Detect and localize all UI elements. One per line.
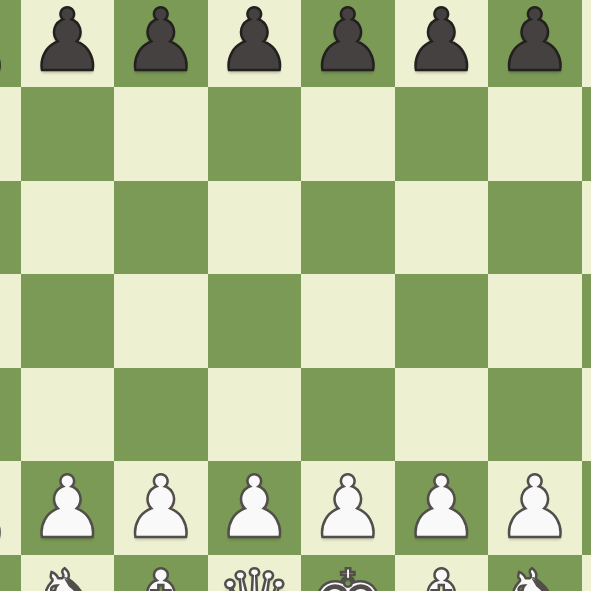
square-a4[interactable] xyxy=(0,274,21,368)
square-e3[interactable] xyxy=(301,368,395,462)
square-g6[interactable] xyxy=(488,87,582,181)
square-e2[interactable]: ♟ xyxy=(301,461,395,555)
square-d1[interactable]: ♛ xyxy=(208,555,302,591)
square-f3[interactable] xyxy=(395,368,489,462)
white-bishop-piece[interactable]: ♝ xyxy=(403,555,480,591)
white-pawn-piece[interactable]: ♟ xyxy=(309,461,386,555)
white-rook-piece[interactable]: ♜ xyxy=(0,555,12,591)
square-h6[interactable] xyxy=(582,87,591,181)
white-pawn-piece[interactable]: ♟ xyxy=(403,461,480,555)
board-viewport: ♜♞♝♛♚♝♞♜♟♟♟♟♟♟♟♟♟♟♟♟♟♟♟♟♜♞♝♛♚♝♞♜ xyxy=(0,0,591,591)
square-b5[interactable] xyxy=(21,181,115,275)
white-pawn-piece[interactable]: ♟ xyxy=(496,461,573,555)
white-knight-piece[interactable]: ♞ xyxy=(29,555,106,591)
black-pawn-piece[interactable]: ♟ xyxy=(309,0,386,87)
square-h1[interactable]: ♜ xyxy=(582,555,591,591)
square-b7[interactable]: ♟ xyxy=(21,0,115,87)
white-knight-piece[interactable]: ♞ xyxy=(496,555,573,591)
square-d7[interactable]: ♟ xyxy=(208,0,302,87)
square-g3[interactable] xyxy=(488,368,582,462)
white-pawn-piece[interactable]: ♟ xyxy=(122,461,199,555)
white-bishop-piece[interactable]: ♝ xyxy=(122,555,199,591)
square-f6[interactable] xyxy=(395,87,489,181)
black-pawn-piece[interactable]: ♟ xyxy=(0,0,12,87)
square-b6[interactable] xyxy=(21,87,115,181)
square-d6[interactable] xyxy=(208,87,302,181)
black-pawn-piece[interactable]: ♟ xyxy=(496,0,573,87)
square-a3[interactable] xyxy=(0,368,21,462)
square-g4[interactable] xyxy=(488,274,582,368)
square-a6[interactable] xyxy=(0,87,21,181)
square-e4[interactable] xyxy=(301,274,395,368)
square-h3[interactable] xyxy=(582,368,591,462)
chess-board: ♜♞♝♛♚♝♞♜♟♟♟♟♟♟♟♟♟♟♟♟♟♟♟♟♜♞♝♛♚♝♞♜ xyxy=(0,0,591,591)
square-e5[interactable] xyxy=(301,181,395,275)
square-f4[interactable] xyxy=(395,274,489,368)
square-c2[interactable]: ♟ xyxy=(114,461,208,555)
square-g1[interactable]: ♞ xyxy=(488,555,582,591)
square-e7[interactable]: ♟ xyxy=(301,0,395,87)
black-pawn-piece[interactable]: ♟ xyxy=(403,0,480,87)
square-h4[interactable] xyxy=(582,274,591,368)
square-d3[interactable] xyxy=(208,368,302,462)
square-d4[interactable] xyxy=(208,274,302,368)
square-f1[interactable]: ♝ xyxy=(395,555,489,591)
square-b2[interactable]: ♟ xyxy=(21,461,115,555)
square-g2[interactable]: ♟ xyxy=(488,461,582,555)
square-h7[interactable]: ♟ xyxy=(582,0,591,87)
white-queen-piece[interactable]: ♛ xyxy=(216,555,293,591)
square-a5[interactable] xyxy=(0,181,21,275)
white-king-piece[interactable]: ♚ xyxy=(309,555,386,591)
square-e6[interactable] xyxy=(301,87,395,181)
square-g7[interactable]: ♟ xyxy=(488,0,582,87)
square-c1[interactable]: ♝ xyxy=(114,555,208,591)
square-b4[interactable] xyxy=(21,274,115,368)
square-b3[interactable] xyxy=(21,368,115,462)
black-pawn-piece[interactable]: ♟ xyxy=(29,0,106,87)
square-a7[interactable]: ♟ xyxy=(0,0,21,87)
square-f5[interactable] xyxy=(395,181,489,275)
square-a2[interactable]: ♟ xyxy=(0,461,21,555)
black-pawn-piece[interactable]: ♟ xyxy=(122,0,199,87)
square-c6[interactable] xyxy=(114,87,208,181)
square-c3[interactable] xyxy=(114,368,208,462)
square-b1[interactable]: ♞ xyxy=(21,555,115,591)
square-c5[interactable] xyxy=(114,181,208,275)
square-f2[interactable]: ♟ xyxy=(395,461,489,555)
square-g5[interactable] xyxy=(488,181,582,275)
square-d5[interactable] xyxy=(208,181,302,275)
square-c7[interactable]: ♟ xyxy=(114,0,208,87)
white-pawn-piece[interactable]: ♟ xyxy=(29,461,106,555)
white-pawn-piece[interactable]: ♟ xyxy=(216,461,293,555)
square-h2[interactable]: ♟ xyxy=(582,461,591,555)
square-c4[interactable] xyxy=(114,274,208,368)
square-e1[interactable]: ♚ xyxy=(301,555,395,591)
square-a1[interactable]: ♜ xyxy=(0,555,21,591)
square-f7[interactable]: ♟ xyxy=(395,0,489,87)
white-pawn-piece[interactable]: ♟ xyxy=(0,461,12,555)
square-h5[interactable] xyxy=(582,181,591,275)
square-d2[interactable]: ♟ xyxy=(208,461,302,555)
black-pawn-piece[interactable]: ♟ xyxy=(216,0,293,87)
